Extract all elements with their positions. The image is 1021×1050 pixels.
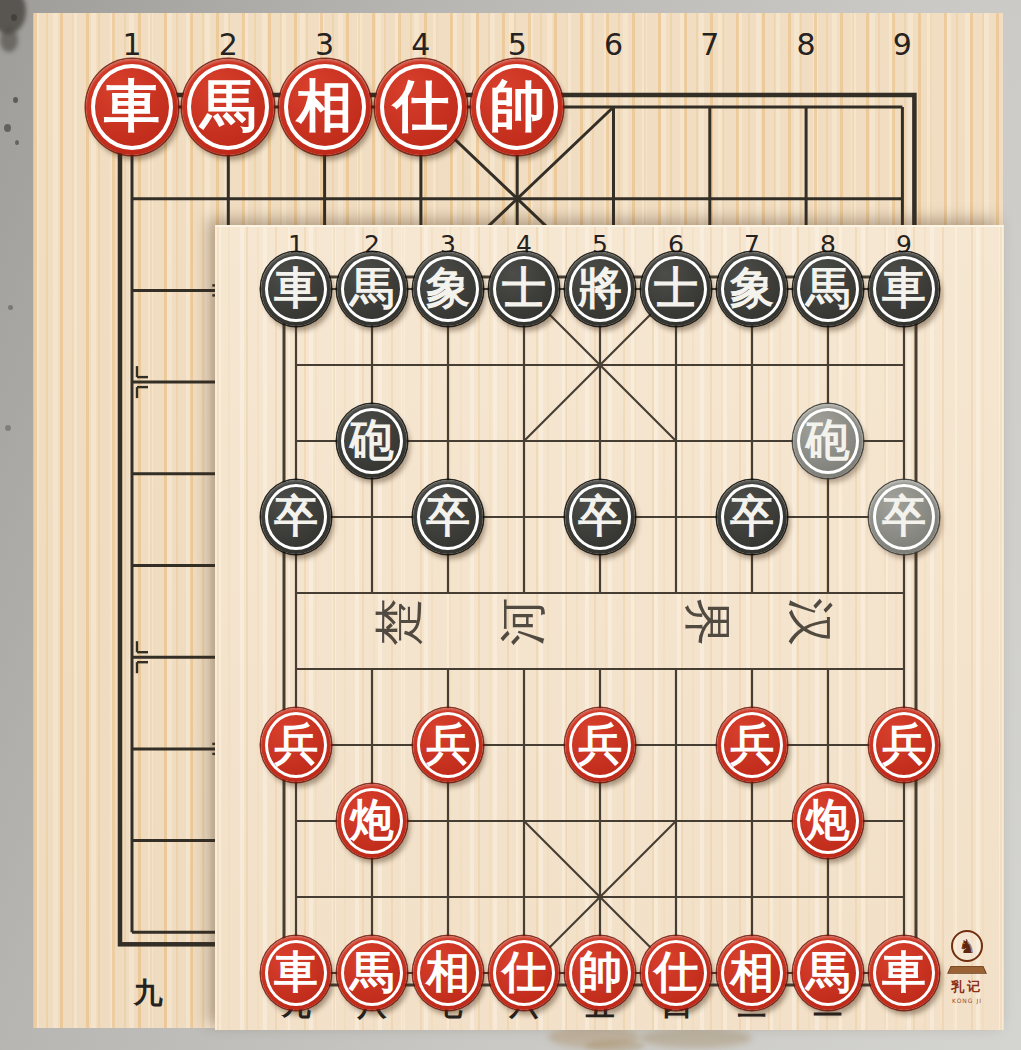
piece-black-soldier[interactable]: 卒 xyxy=(565,480,635,554)
piece-black-cannon[interactable]: 砲 xyxy=(793,404,863,478)
piece-red-soldier[interactable]: 兵 xyxy=(869,708,939,782)
back-board-bottom-label: 九 xyxy=(134,979,163,1008)
piece-red-chariot[interactable]: 車 xyxy=(869,936,939,1010)
piece-black-advisor[interactable]: 士 xyxy=(641,252,711,326)
piece-red-general[interactable]: 帥 xyxy=(471,59,563,155)
piece-black-elephant[interactable]: 象 xyxy=(413,252,483,326)
logo-latin-text: KONG JI xyxy=(929,997,1005,1004)
file-number-label: 9 xyxy=(893,30,912,60)
piece-black-chariot[interactable]: 車 xyxy=(869,252,939,326)
piece-red-advisor[interactable]: 仕 xyxy=(489,936,559,1010)
river-character: 河 xyxy=(498,598,546,646)
photo-of-xiangqi-boards: { "game": "xiangqi (Chinese chess)", "sc… xyxy=(0,0,1021,1050)
river-character: 汉 xyxy=(787,598,835,646)
river-character: 界 xyxy=(684,598,732,646)
piece-red-general[interactable]: 帥 xyxy=(565,936,635,1010)
wall-speck xyxy=(8,305,13,310)
knight-chess-piece-icon: ♞ xyxy=(958,937,975,956)
file-number-label: 4 xyxy=(411,30,430,60)
piece-red-advisor[interactable]: 仕 xyxy=(375,59,467,155)
river-character: 楚 xyxy=(374,598,422,646)
piece-red-soldier[interactable]: 兵 xyxy=(717,708,787,782)
piece-black-elephant[interactable]: 象 xyxy=(717,252,787,326)
piece-red-cannon[interactable]: 炮 xyxy=(793,784,863,858)
piece-black-soldier[interactable]: 卒 xyxy=(261,480,331,554)
piece-red-horse[interactable]: 馬 xyxy=(182,59,274,155)
piece-black-soldier[interactable]: 卒 xyxy=(869,480,939,554)
piece-red-elephant[interactable]: 相 xyxy=(279,59,371,155)
piece-red-soldier[interactable]: 兵 xyxy=(565,708,635,782)
wall-speck xyxy=(15,140,19,145)
piece-red-advisor[interactable]: 仕 xyxy=(641,936,711,1010)
logo-chinese-text: 乳记 xyxy=(929,978,1005,996)
file-number-label: 7 xyxy=(700,30,719,60)
file-number-label: 6 xyxy=(604,30,623,60)
file-number-label: 1 xyxy=(122,30,141,60)
wall-speck xyxy=(11,14,17,21)
file-number-label: 3 xyxy=(315,30,334,60)
logo-board-box-icon xyxy=(947,966,987,974)
wall-speck xyxy=(5,425,11,431)
wall-speck xyxy=(13,97,18,103)
piece-red-elephant[interactable]: 相 xyxy=(717,936,787,1010)
piece-black-soldier[interactable]: 卒 xyxy=(413,480,483,554)
wall-speck xyxy=(4,124,11,132)
piece-black-chariot[interactable]: 車 xyxy=(261,252,331,326)
piece-black-soldier[interactable]: 卒 xyxy=(717,480,787,554)
maker-logo: ♞ 乳记 KONG JI xyxy=(929,930,1005,1016)
piece-red-chariot[interactable]: 車 xyxy=(86,59,178,155)
wall-stain-bottom xyxy=(585,1040,645,1050)
piece-black-advisor[interactable]: 士 xyxy=(489,252,559,326)
piece-red-cannon[interactable]: 炮 xyxy=(337,784,407,858)
piece-red-horse[interactable]: 馬 xyxy=(337,936,407,1010)
piece-black-general[interactable]: 將 xyxy=(565,252,635,326)
logo-circle: ♞ xyxy=(951,930,983,962)
front-board-panel: 123456789九八七六五四三二一 楚河界汉 車馬象士將士象馬車砲砲卒卒卒卒卒… xyxy=(215,225,1004,1030)
file-number-label: 8 xyxy=(797,30,816,60)
piece-red-horse[interactable]: 馬 xyxy=(793,936,863,1010)
piece-red-soldier[interactable]: 兵 xyxy=(413,708,483,782)
file-number-label: 2 xyxy=(219,30,238,60)
piece-red-chariot[interactable]: 車 xyxy=(261,936,331,1010)
piece-red-soldier[interactable]: 兵 xyxy=(261,708,331,782)
piece-black-horse[interactable]: 馬 xyxy=(337,252,407,326)
wall-stain xyxy=(0,28,18,52)
piece-red-elephant[interactable]: 相 xyxy=(413,936,483,1010)
wall-stain-bottom xyxy=(640,1028,752,1048)
piece-black-cannon[interactable]: 砲 xyxy=(337,404,407,478)
piece-black-horse[interactable]: 馬 xyxy=(793,252,863,326)
file-number-label: 5 xyxy=(508,30,527,60)
front-board-grid xyxy=(217,227,1004,1030)
